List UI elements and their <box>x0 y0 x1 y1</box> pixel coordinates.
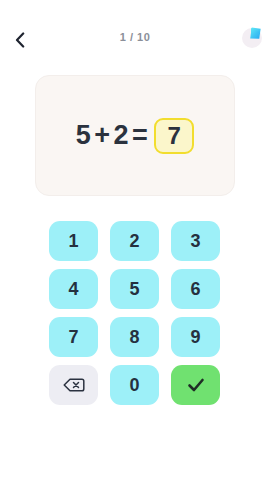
key-5[interactable]: 5 <box>110 269 159 309</box>
header: 1 / 10 <box>0 0 270 56</box>
backspace-icon <box>62 377 86 393</box>
equation: 5 + 2 = 7 <box>76 118 195 154</box>
key-backspace[interactable] <box>49 365 98 405</box>
progress-counter: 1 / 10 <box>0 31 270 43</box>
key-2[interactable]: 2 <box>110 221 159 261</box>
quiz-screen: 1 / 10 5 + 2 = 7 <box>0 0 270 480</box>
key-1[interactable]: 1 <box>49 221 98 261</box>
check-icon <box>186 377 206 393</box>
number-keypad: 1 2 3 4 5 6 7 8 9 0 <box>49 221 220 405</box>
answer-value: 7 <box>168 122 181 150</box>
key-4[interactable]: 4 <box>49 269 98 309</box>
key-8[interactable]: 8 <box>110 317 159 357</box>
answer-box[interactable]: 7 <box>154 118 194 154</box>
key-0[interactable]: 0 <box>110 365 159 405</box>
key-9[interactable]: 9 <box>171 317 220 357</box>
submit-button[interactable] <box>171 365 220 405</box>
report-flag-button[interactable] <box>242 28 262 48</box>
key-7[interactable]: 7 <box>49 317 98 357</box>
equation-text: 5 + 2 = <box>76 120 148 151</box>
key-3[interactable]: 3 <box>171 221 220 261</box>
question-card: 5 + 2 = 7 <box>35 75 235 196</box>
key-6[interactable]: 6 <box>171 269 220 309</box>
